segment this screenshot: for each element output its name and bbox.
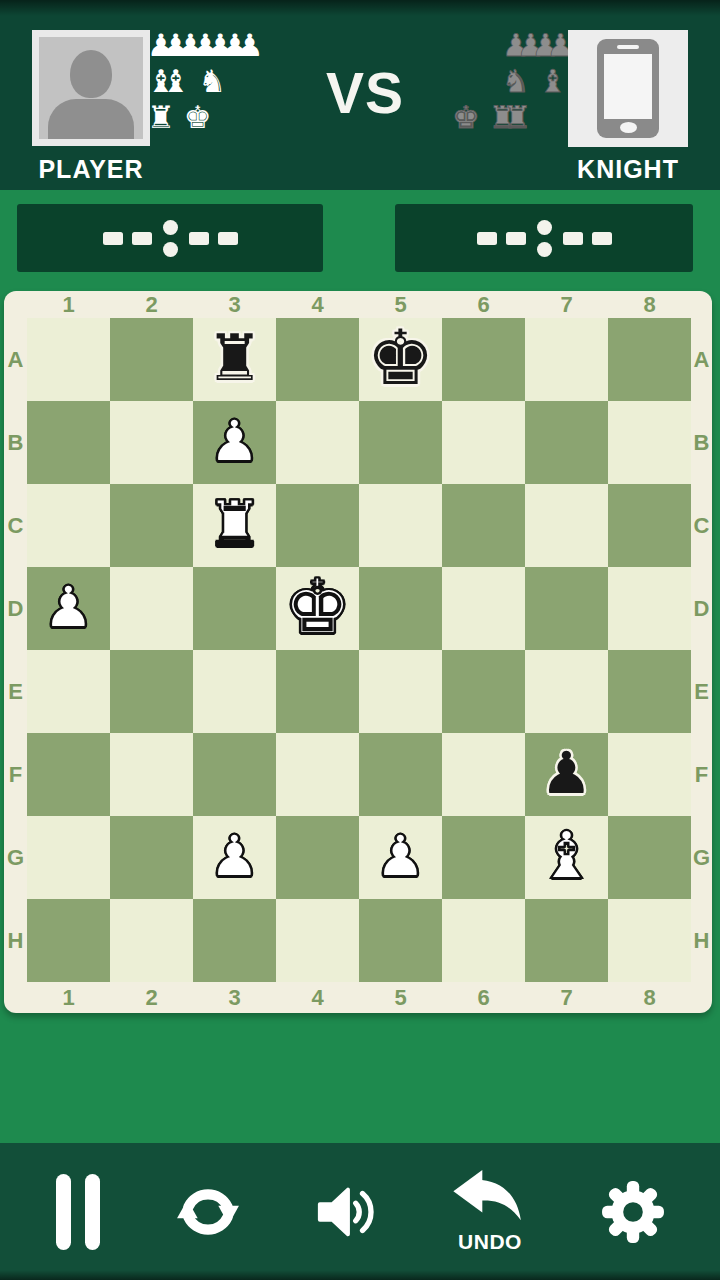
undo-arrow-icon (453, 1170, 527, 1224)
square-E8[interactable] (608, 650, 691, 733)
square-H5[interactable] (359, 899, 442, 982)
board-label-7-bottom: 7 (525, 982, 608, 1013)
captured-queen-icon: ♚ (184, 101, 212, 133)
square-F1[interactable] (27, 733, 110, 816)
square-F4[interactable] (276, 733, 359, 816)
white-pawn-G5[interactable]: ♟ (375, 827, 427, 885)
square-G2[interactable] (110, 816, 193, 899)
captured-bishop-icon: ♝ (539, 65, 567, 97)
board-label-8-top: 8 (608, 291, 691, 318)
undo-button[interactable]: UNDO (453, 1170, 527, 1254)
black-pawn-F7[interactable]: ♟ (541, 744, 593, 802)
board-label-7-top: 7 (525, 291, 608, 318)
board-label-4-bottom: 4 (276, 982, 359, 1013)
player-avatar (32, 30, 150, 146)
square-C8[interactable] (608, 484, 691, 567)
square-G4[interactable] (276, 816, 359, 899)
settings-button[interactable] (600, 1179, 666, 1245)
board-label-6-top: 6 (442, 291, 525, 318)
captured-knight-icon: ♞ (502, 65, 530, 97)
captured-pieces-player: ♟♟♟♟♟♟♟♝♝♞♜♚ (147, 26, 264, 134)
square-D8[interactable] (608, 567, 691, 650)
board-label-H-left: H (4, 899, 27, 982)
board-corner (691, 291, 712, 318)
square-H2[interactable] (110, 899, 193, 982)
square-A5[interactable]: ♚ (359, 318, 442, 401)
board-corner (4, 982, 27, 1013)
board-label-3-top: 3 (193, 291, 276, 318)
person-silhouette-icon (70, 50, 112, 98)
white-pawn-G3[interactable]: ♟ (209, 827, 261, 885)
pause-button[interactable] (54, 1174, 102, 1250)
square-F3[interactable] (193, 733, 276, 816)
captured-pieces-knight: ♟♟♟♟♞♝♚♜♜ (452, 26, 574, 134)
square-E7[interactable] (525, 650, 608, 733)
board-label-G-right: G (691, 816, 712, 899)
square-G7[interactable]: ♝ (525, 816, 608, 899)
board-label-F-right: F (691, 733, 712, 816)
board-label-3-bottom: 3 (193, 982, 276, 1013)
bottom-toolbar: UNDO (0, 1143, 720, 1280)
speaker-icon (314, 1180, 380, 1244)
board-label-4-top: 4 (276, 291, 359, 318)
square-C1[interactable] (27, 484, 110, 567)
square-D1[interactable]: ♟ (27, 567, 110, 650)
square-B2[interactable] (110, 401, 193, 484)
square-H6[interactable] (442, 899, 525, 982)
square-B4[interactable] (276, 401, 359, 484)
square-C6[interactable] (442, 484, 525, 567)
knight-name: KNIGHT (558, 155, 698, 184)
square-D7[interactable] (525, 567, 608, 650)
board-label-1-bottom: 1 (27, 982, 110, 1013)
square-H3[interactable] (193, 899, 276, 982)
knight-avatar (568, 30, 688, 147)
square-C5[interactable] (359, 484, 442, 567)
undo-label: UNDO (458, 1230, 522, 1254)
square-G3[interactable]: ♟ (193, 816, 276, 899)
restart-icon (175, 1179, 241, 1245)
timer-knight: --:-- (395, 204, 693, 272)
white-pawn-B3[interactable]: ♟ (209, 412, 261, 470)
square-E4[interactable] (276, 650, 359, 733)
header-bar: ♟♟♟♟♟♟♟♝♝♞♜♚ VS ♟♟♟♟♞♝♚♜♜ PLAYER KNIGHT (0, 0, 720, 190)
board-corner (691, 982, 712, 1013)
square-C2[interactable] (110, 484, 193, 567)
square-H7[interactable] (525, 899, 608, 982)
square-G6[interactable] (442, 816, 525, 899)
sound-button[interactable] (314, 1180, 380, 1244)
square-E5[interactable] (359, 650, 442, 733)
restart-button[interactable] (175, 1179, 241, 1245)
player-name: PLAYER (20, 155, 162, 184)
square-H1[interactable] (27, 899, 110, 982)
square-B6[interactable] (442, 401, 525, 484)
board-label-5-bottom: 5 (359, 982, 442, 1013)
board-label-D-right: D (691, 567, 712, 650)
gear-icon (600, 1179, 666, 1245)
square-A4[interactable] (276, 318, 359, 401)
square-D2[interactable] (110, 567, 193, 650)
square-E3[interactable] (193, 650, 276, 733)
square-B1[interactable] (27, 401, 110, 484)
square-C4[interactable] (276, 484, 359, 567)
board-label-H-right: H (691, 899, 712, 982)
timer-player: --:-- (17, 204, 323, 272)
captured-rook-icon: ♜ (504, 101, 532, 133)
square-A3[interactable]: ♜ (193, 318, 276, 401)
square-A2[interactable] (110, 318, 193, 401)
smartphone-icon (597, 39, 659, 138)
white-king-D4[interactable]: ♚ (283, 569, 351, 645)
square-E1[interactable] (27, 650, 110, 733)
square-A7[interactable] (525, 318, 608, 401)
board-label-6-bottom: 6 (442, 982, 525, 1013)
square-D4[interactable]: ♚ (276, 567, 359, 650)
black-king-A5[interactable]: ♚ (366, 320, 434, 396)
square-H8[interactable] (608, 899, 691, 982)
square-G1[interactable] (27, 816, 110, 899)
square-B3[interactable]: ♟ (193, 401, 276, 484)
square-D3[interactable] (193, 567, 276, 650)
white-bishop-G7[interactable]: ♝ (537, 823, 596, 889)
pause-icon (54, 1174, 102, 1250)
board-label-2-top: 2 (110, 291, 193, 318)
board-label-C-left: C (4, 484, 27, 567)
captured-queen-icon: ♚ (452, 101, 480, 133)
square-F8[interactable] (608, 733, 691, 816)
board-grid: 12345678A♜♚AB♟BC♜CD♟♚DEEF♟FG♟♟♝GHH123456… (4, 291, 712, 1013)
square-D5[interactable] (359, 567, 442, 650)
board-label-1-top: 1 (27, 291, 110, 318)
board-label-E-right: E (691, 650, 712, 733)
board-label-F-left: F (4, 733, 27, 816)
captured-rook-icon: ♜ (147, 101, 175, 133)
square-C3[interactable]: ♜ (193, 484, 276, 567)
square-G5[interactable]: ♟ (359, 816, 442, 899)
captured-bishop-icon: ♝ (162, 65, 190, 97)
board-label-B-left: B (4, 401, 27, 484)
captured-pawn-icon: ♟ (236, 29, 264, 61)
board-label-B-right: B (691, 401, 712, 484)
square-F5[interactable] (359, 733, 442, 816)
square-G8[interactable] (608, 816, 691, 899)
square-E6[interactable] (442, 650, 525, 733)
square-F7[interactable]: ♟ (525, 733, 608, 816)
square-F2[interactable] (110, 733, 193, 816)
white-pawn-D1[interactable]: ♟ (43, 578, 95, 636)
square-D6[interactable] (442, 567, 525, 650)
square-A1[interactable] (27, 318, 110, 401)
board-label-E-left: E (4, 650, 27, 733)
board-corner (4, 291, 27, 318)
board-label-C-right: C (691, 484, 712, 567)
square-A8[interactable] (608, 318, 691, 401)
square-F6[interactable] (442, 733, 525, 816)
square-C7[interactable] (525, 484, 608, 567)
captured-knight-icon: ♞ (199, 65, 227, 97)
square-A6[interactable] (442, 318, 525, 401)
square-B7[interactable] (525, 401, 608, 484)
vs-label: VS (285, 60, 445, 126)
board-label-A-right: A (691, 318, 712, 401)
board-label-D-left: D (4, 567, 27, 650)
square-B8[interactable] (608, 401, 691, 484)
square-E2[interactable] (110, 650, 193, 733)
square-H4[interactable] (276, 899, 359, 982)
square-B5[interactable] (359, 401, 442, 484)
board-label-A-left: A (4, 318, 27, 401)
board-label-8-bottom: 8 (608, 982, 691, 1013)
board-label-2-bottom: 2 (110, 982, 193, 1013)
board-label-G-left: G (4, 816, 27, 899)
white-rook-C3[interactable]: ♜ (206, 492, 263, 556)
black-rook-A3[interactable]: ♜ (206, 326, 263, 390)
